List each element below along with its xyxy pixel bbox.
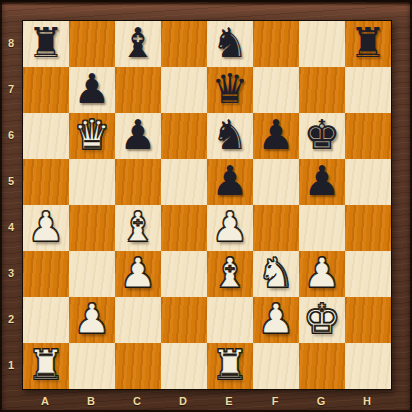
file-label-h: H	[344, 391, 390, 411]
rank-label-7: 7	[0, 66, 22, 112]
square-a1[interactable]: ♜	[23, 343, 69, 389]
square-h2[interactable]	[345, 297, 391, 343]
file-label-c: C	[114, 391, 160, 411]
square-d8[interactable]	[161, 21, 207, 67]
square-f2[interactable]: ♟	[253, 297, 299, 343]
square-e5[interactable]: ♟	[207, 159, 253, 205]
square-e1[interactable]: ♜	[207, 343, 253, 389]
square-e3[interactable]: ♝	[207, 251, 253, 297]
square-h8[interactable]: ♜	[345, 21, 391, 67]
rank-label-3: 3	[0, 250, 22, 296]
piece-black-queen[interactable]: ♛	[212, 69, 249, 110]
piece-white-rook[interactable]: ♜	[212, 345, 249, 386]
square-f6[interactable]: ♟	[253, 113, 299, 159]
square-d5[interactable]	[161, 159, 207, 205]
file-label-d: D	[160, 391, 206, 411]
square-e8[interactable]: ♞	[207, 21, 253, 67]
piece-white-knight[interactable]: ♞	[258, 253, 295, 294]
piece-black-rook[interactable]: ♜	[28, 23, 65, 64]
square-g8[interactable]	[299, 21, 345, 67]
piece-black-pawn[interactable]: ♟	[258, 115, 295, 156]
file-label-e: E	[206, 391, 252, 411]
square-f3[interactable]: ♞	[253, 251, 299, 297]
square-d4[interactable]	[161, 205, 207, 251]
square-c4[interactable]: ♝	[115, 205, 161, 251]
square-h5[interactable]	[345, 159, 391, 205]
file-label-b: B	[68, 391, 114, 411]
square-a2[interactable]	[23, 297, 69, 343]
square-f1[interactable]	[253, 343, 299, 389]
square-c3[interactable]: ♟	[115, 251, 161, 297]
square-g3[interactable]: ♟	[299, 251, 345, 297]
square-a4[interactable]: ♟	[23, 205, 69, 251]
square-f5[interactable]	[253, 159, 299, 205]
square-c5[interactable]	[115, 159, 161, 205]
square-b4[interactable]	[69, 205, 115, 251]
square-f4[interactable]	[253, 205, 299, 251]
file-label-f: F	[252, 391, 298, 411]
square-g6[interactable]: ♚	[299, 113, 345, 159]
piece-black-pawn[interactable]: ♟	[120, 115, 157, 156]
square-a6[interactable]	[23, 113, 69, 159]
square-d2[interactable]	[161, 297, 207, 343]
rank-label-6: 6	[0, 112, 22, 158]
square-b7[interactable]: ♟	[69, 67, 115, 113]
square-g7[interactable]	[299, 67, 345, 113]
rank-label-1: 1	[0, 342, 22, 388]
piece-white-pawn[interactable]: ♟	[304, 253, 341, 294]
square-b6[interactable]: ♛	[69, 113, 115, 159]
square-a7[interactable]	[23, 67, 69, 113]
square-g5[interactable]: ♟	[299, 159, 345, 205]
square-c7[interactable]	[115, 67, 161, 113]
square-g4[interactable]	[299, 205, 345, 251]
square-b3[interactable]	[69, 251, 115, 297]
piece-white-rook[interactable]: ♜	[28, 345, 65, 386]
piece-black-knight[interactable]: ♞	[212, 23, 249, 64]
square-h1[interactable]	[345, 343, 391, 389]
square-c1[interactable]	[115, 343, 161, 389]
square-h6[interactable]	[345, 113, 391, 159]
piece-white-bishop[interactable]: ♝	[120, 207, 157, 248]
square-a3[interactable]	[23, 251, 69, 297]
wooden-frame: ♜♝♞♜♟♛♛♟♞♟♚♟♟♟♝♟♟♝♞♟♟♟♚♜♜ 87654321 ABCDE…	[0, 0, 412, 412]
piece-white-pawn[interactable]: ♟	[258, 299, 295, 340]
square-h3[interactable]	[345, 251, 391, 297]
piece-black-king[interactable]: ♚	[304, 115, 341, 156]
piece-black-knight[interactable]: ♞	[212, 115, 249, 156]
square-d7[interactable]	[161, 67, 207, 113]
square-g2[interactable]: ♚	[299, 297, 345, 343]
chess-board: ♜♝♞♜♟♛♛♟♞♟♚♟♟♟♝♟♟♝♞♟♟♟♚♜♜	[22, 20, 392, 390]
piece-white-pawn[interactable]: ♟	[212, 207, 249, 248]
square-d1[interactable]	[161, 343, 207, 389]
square-d6[interactable]	[161, 113, 207, 159]
piece-white-pawn[interactable]: ♟	[74, 299, 111, 340]
square-c2[interactable]	[115, 297, 161, 343]
file-label-a: A	[22, 391, 68, 411]
square-e7[interactable]: ♛	[207, 67, 253, 113]
square-h4[interactable]	[345, 205, 391, 251]
square-b8[interactable]	[69, 21, 115, 67]
square-b2[interactable]: ♟	[69, 297, 115, 343]
piece-white-king[interactable]: ♚	[304, 299, 341, 340]
rank-label-4: 4	[0, 204, 22, 250]
piece-black-bishop[interactable]: ♝	[120, 23, 157, 64]
square-e6[interactable]: ♞	[207, 113, 253, 159]
square-c8[interactable]: ♝	[115, 21, 161, 67]
square-e2[interactable]	[207, 297, 253, 343]
piece-black-pawn[interactable]: ♟	[304, 161, 341, 202]
square-d3[interactable]	[161, 251, 207, 297]
piece-white-pawn[interactable]: ♟	[28, 207, 65, 248]
square-e4[interactable]: ♟	[207, 205, 253, 251]
square-b1[interactable]	[69, 343, 115, 389]
piece-black-pawn[interactable]: ♟	[74, 69, 111, 110]
rank-label-8: 8	[0, 20, 22, 66]
square-h7[interactable]	[345, 67, 391, 113]
rank-label-5: 5	[0, 158, 22, 204]
square-g1[interactable]	[299, 343, 345, 389]
file-label-g: G	[298, 391, 344, 411]
square-c6[interactable]: ♟	[115, 113, 161, 159]
square-f8[interactable]	[253, 21, 299, 67]
square-a8[interactable]: ♜	[23, 21, 69, 67]
square-a5[interactable]	[23, 159, 69, 205]
piece-black-rook[interactable]: ♜	[350, 23, 387, 64]
piece-black-pawn[interactable]: ♟	[212, 161, 249, 202]
square-b5[interactable]	[69, 159, 115, 205]
piece-white-pawn[interactable]: ♟	[120, 253, 157, 294]
piece-white-bishop[interactable]: ♝	[212, 253, 249, 294]
piece-white-queen[interactable]: ♛	[74, 115, 111, 156]
square-f7[interactable]	[253, 67, 299, 113]
rank-label-2: 2	[0, 296, 22, 342]
